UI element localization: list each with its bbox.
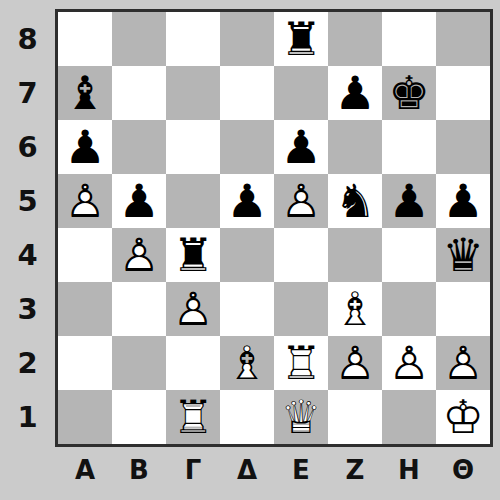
square-f8[interactable] bbox=[328, 12, 382, 66]
square-h5[interactable]: ♟ bbox=[436, 174, 490, 228]
square-e2[interactable]: ♜♖ bbox=[274, 336, 328, 390]
piece-white-pawn: ♙ bbox=[166, 282, 220, 336]
square-b2[interactable] bbox=[112, 336, 166, 390]
piece-black-bishop: ♝ bbox=[58, 66, 112, 120]
piece-black-pawn: ♟ bbox=[58, 120, 112, 174]
square-g2[interactable]: ♟♙ bbox=[382, 336, 436, 390]
file-label-e: Ε bbox=[274, 447, 328, 493]
square-c4[interactable]: ♜ bbox=[166, 228, 220, 282]
piece-fill-white-pawn: ♟ bbox=[58, 174, 112, 228]
piece-white-pawn: ♙ bbox=[328, 336, 382, 390]
square-h7[interactable] bbox=[436, 66, 490, 120]
square-d8[interactable] bbox=[220, 12, 274, 66]
square-b3[interactable] bbox=[112, 282, 166, 336]
square-f3[interactable]: ♝♗ bbox=[328, 282, 382, 336]
square-h3[interactable] bbox=[436, 282, 490, 336]
file-labels: ΑΒΓΔΕΖΗΘ bbox=[58, 447, 490, 493]
square-c1[interactable]: ♜♖ bbox=[166, 390, 220, 444]
piece-fill-white-king: ♚ bbox=[436, 390, 490, 444]
rank-label-3: 3 bbox=[0, 282, 55, 336]
square-e7[interactable] bbox=[274, 66, 328, 120]
square-e3[interactable] bbox=[274, 282, 328, 336]
rank-label-5: 5 bbox=[0, 174, 55, 228]
piece-white-pawn: ♙ bbox=[436, 336, 490, 390]
piece-fill-white-bishop: ♝ bbox=[220, 336, 274, 390]
piece-black-pawn: ♟ bbox=[220, 174, 274, 228]
square-a8[interactable] bbox=[58, 12, 112, 66]
piece-fill-white-rook: ♜ bbox=[274, 336, 328, 390]
piece-fill-white-pawn: ♟ bbox=[436, 336, 490, 390]
square-d7[interactable] bbox=[220, 66, 274, 120]
piece-black-king: ♚ bbox=[382, 66, 436, 120]
square-d5[interactable]: ♟ bbox=[220, 174, 274, 228]
square-e6[interactable]: ♟ bbox=[274, 120, 328, 174]
square-d4[interactable] bbox=[220, 228, 274, 282]
chess-board: ♜♝♟♚♟♟♟♙♟♟♟♙♞♟♟♟♙♜♛♟♙♝♗♝♗♜♖♟♙♟♙♟♙♜♖♛♕♚♔ bbox=[55, 9, 493, 447]
piece-black-rook: ♜ bbox=[166, 228, 220, 282]
square-b4[interactable]: ♟♙ bbox=[112, 228, 166, 282]
square-b8[interactable] bbox=[112, 12, 166, 66]
square-a3[interactable] bbox=[58, 282, 112, 336]
piece-black-pawn: ♟ bbox=[328, 66, 382, 120]
square-g3[interactable] bbox=[382, 282, 436, 336]
square-d1[interactable] bbox=[220, 390, 274, 444]
piece-fill-white-bishop: ♝ bbox=[328, 282, 382, 336]
square-g4[interactable] bbox=[382, 228, 436, 282]
piece-black-pawn: ♟ bbox=[436, 174, 490, 228]
square-e8[interactable]: ♜ bbox=[274, 12, 328, 66]
piece-white-pawn: ♙ bbox=[274, 174, 328, 228]
square-d6[interactable] bbox=[220, 120, 274, 174]
square-c8[interactable] bbox=[166, 12, 220, 66]
square-d3[interactable] bbox=[220, 282, 274, 336]
piece-white-bishop: ♗ bbox=[220, 336, 274, 390]
rank-label-4: 4 bbox=[0, 228, 55, 282]
square-h1[interactable]: ♚♔ bbox=[436, 390, 490, 444]
piece-black-pawn: ♟ bbox=[274, 120, 328, 174]
square-g6[interactable] bbox=[382, 120, 436, 174]
square-c3[interactable]: ♟♙ bbox=[166, 282, 220, 336]
square-h6[interactable] bbox=[436, 120, 490, 174]
piece-white-rook: ♖ bbox=[166, 390, 220, 444]
square-d2[interactable]: ♝♗ bbox=[220, 336, 274, 390]
piece-white-rook: ♖ bbox=[274, 336, 328, 390]
piece-white-pawn: ♙ bbox=[382, 336, 436, 390]
square-e5[interactable]: ♟♙ bbox=[274, 174, 328, 228]
piece-white-pawn: ♙ bbox=[58, 174, 112, 228]
rank-label-7: 7 bbox=[0, 66, 55, 120]
file-label-f: Ζ bbox=[328, 447, 382, 493]
file-label-h: Θ bbox=[436, 447, 490, 493]
square-f2[interactable]: ♟♙ bbox=[328, 336, 382, 390]
square-c6[interactable] bbox=[166, 120, 220, 174]
square-a7[interactable]: ♝ bbox=[58, 66, 112, 120]
rank-label-8: 8 bbox=[0, 12, 55, 66]
piece-fill-white-pawn: ♟ bbox=[328, 336, 382, 390]
square-c2[interactable] bbox=[166, 336, 220, 390]
rank-label-2: 2 bbox=[0, 336, 55, 390]
piece-fill-white-rook: ♜ bbox=[166, 390, 220, 444]
chess-diagram: 87654321 ♜♝♟♚♟♟♟♙♟♟♟♙♞♟♟♟♙♜♛♟♙♝♗♝♗♜♖♟♙♟♙… bbox=[0, 0, 500, 500]
square-f1[interactable] bbox=[328, 390, 382, 444]
square-f6[interactable] bbox=[328, 120, 382, 174]
piece-fill-white-pawn: ♟ bbox=[382, 336, 436, 390]
piece-white-king: ♔ bbox=[436, 390, 490, 444]
square-e4[interactable] bbox=[274, 228, 328, 282]
square-e1[interactable]: ♛♕ bbox=[274, 390, 328, 444]
piece-black-knight: ♞ bbox=[328, 174, 382, 228]
square-f4[interactable] bbox=[328, 228, 382, 282]
square-h4[interactable]: ♛ bbox=[436, 228, 490, 282]
rank-label-6: 6 bbox=[0, 120, 55, 174]
square-b7[interactable] bbox=[112, 66, 166, 120]
square-a2[interactable] bbox=[58, 336, 112, 390]
square-b1[interactable] bbox=[112, 390, 166, 444]
piece-black-pawn: ♟ bbox=[382, 174, 436, 228]
file-label-c: Γ bbox=[166, 447, 220, 493]
piece-black-pawn: ♟ bbox=[112, 174, 166, 228]
square-f7[interactable]: ♟ bbox=[328, 66, 382, 120]
piece-black-queen: ♛ bbox=[436, 228, 490, 282]
square-a4[interactable] bbox=[58, 228, 112, 282]
square-a5[interactable]: ♟♙ bbox=[58, 174, 112, 228]
file-label-a: Α bbox=[58, 447, 112, 493]
square-h8[interactable] bbox=[436, 12, 490, 66]
square-h2[interactable]: ♟♙ bbox=[436, 336, 490, 390]
piece-white-queen: ♕ bbox=[274, 390, 328, 444]
square-g7[interactable]: ♚ bbox=[382, 66, 436, 120]
piece-white-pawn: ♙ bbox=[112, 228, 166, 282]
rank-label-1: 1 bbox=[0, 390, 55, 444]
square-f5[interactable]: ♞ bbox=[328, 174, 382, 228]
square-c5[interactable] bbox=[166, 174, 220, 228]
file-label-d: Δ bbox=[220, 447, 274, 493]
piece-fill-white-queen: ♛ bbox=[274, 390, 328, 444]
file-label-g: Η bbox=[382, 447, 436, 493]
piece-fill-white-pawn: ♟ bbox=[274, 174, 328, 228]
square-g5[interactable]: ♟ bbox=[382, 174, 436, 228]
file-label-b: Β bbox=[112, 447, 166, 493]
piece-white-bishop: ♗ bbox=[328, 282, 382, 336]
square-g1[interactable] bbox=[382, 390, 436, 444]
piece-black-rook: ♜ bbox=[274, 12, 328, 66]
square-a6[interactable]: ♟ bbox=[58, 120, 112, 174]
square-a1[interactable] bbox=[58, 390, 112, 444]
square-g8[interactable] bbox=[382, 12, 436, 66]
square-b5[interactable]: ♟ bbox=[112, 174, 166, 228]
square-b6[interactable] bbox=[112, 120, 166, 174]
rank-labels: 87654321 bbox=[0, 12, 55, 444]
square-c7[interactable] bbox=[166, 66, 220, 120]
piece-fill-white-pawn: ♟ bbox=[112, 228, 166, 282]
piece-fill-white-pawn: ♟ bbox=[166, 282, 220, 336]
